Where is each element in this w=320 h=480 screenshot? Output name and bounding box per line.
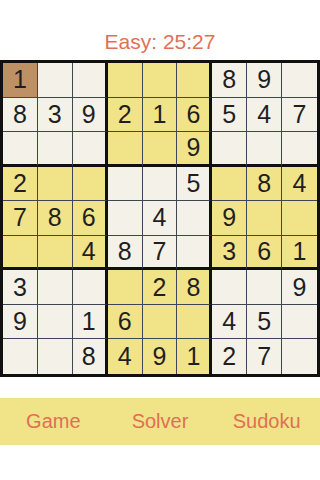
cell-r5c8[interactable] [247, 201, 282, 236]
cell-r6c9[interactable]: 1 [282, 236, 317, 271]
cell-r3c5[interactable] [143, 132, 178, 167]
cell-r5c1[interactable]: 7 [3, 201, 38, 236]
cell-r6c3[interactable]: 4 [73, 236, 108, 271]
cell-r6c4[interactable]: 8 [108, 236, 143, 271]
cell-r8c2[interactable] [38, 305, 73, 340]
sudoku-board: 1898392165479258478649487361328991645849… [0, 60, 320, 377]
cell-r7c9[interactable]: 9 [282, 270, 317, 305]
cell-r9c3[interactable]: 8 [73, 339, 108, 374]
cell-r8c8[interactable]: 5 [247, 305, 282, 340]
cell-r8c6[interactable] [177, 305, 212, 340]
cell-r5c6[interactable] [177, 201, 212, 236]
cell-r7c5[interactable]: 2 [143, 270, 178, 305]
cell-r4c7[interactable] [212, 167, 247, 202]
cell-r7c3[interactable] [73, 270, 108, 305]
cell-r1c1[interactable]: 1 [3, 63, 38, 98]
cell-r7c6[interactable]: 8 [177, 270, 212, 305]
cell-r3c9[interactable] [282, 132, 317, 167]
cell-r1c9[interactable] [282, 63, 317, 98]
cell-r9c4[interactable]: 4 [108, 339, 143, 374]
cell-r7c4[interactable] [108, 270, 143, 305]
cell-r1c4[interactable] [108, 63, 143, 98]
cell-r1c7[interactable]: 8 [212, 63, 247, 98]
cell-r6c7[interactable]: 3 [212, 236, 247, 271]
cell-r9c5[interactable]: 9 [143, 339, 178, 374]
cell-r3c7[interactable] [212, 132, 247, 167]
cell-r6c6[interactable] [177, 236, 212, 271]
cell-r9c8[interactable]: 7 [247, 339, 282, 374]
cell-r6c8[interactable]: 6 [247, 236, 282, 271]
cell-r4c1[interactable]: 2 [3, 167, 38, 202]
cell-r2c8[interactable]: 4 [247, 98, 282, 133]
cell-r2c9[interactable]: 7 [282, 98, 317, 133]
cell-r3c6[interactable]: 9 [177, 132, 212, 167]
cell-r3c4[interactable] [108, 132, 143, 167]
difficulty-timer-label: Easy: 25:27 [0, 31, 320, 53]
cell-r4c3[interactable] [73, 167, 108, 202]
cell-r8c1[interactable]: 9 [3, 305, 38, 340]
cell-r3c8[interactable] [247, 132, 282, 167]
cell-r8c3[interactable]: 1 [73, 305, 108, 340]
cell-r9c2[interactable] [38, 339, 73, 374]
cell-r5c7[interactable]: 9 [212, 201, 247, 236]
cell-r8c9[interactable] [282, 305, 317, 340]
cell-r4c8[interactable]: 8 [247, 167, 282, 202]
cell-r9c6[interactable]: 1 [177, 339, 212, 374]
cell-r7c2[interactable] [38, 270, 73, 305]
cell-r8c4[interactable]: 6 [108, 305, 143, 340]
cell-r4c2[interactable] [38, 167, 73, 202]
cell-r9c7[interactable]: 2 [212, 339, 247, 374]
cell-r1c8[interactable]: 9 [247, 63, 282, 98]
solver-button[interactable]: Solver [107, 410, 214, 433]
cell-r5c9[interactable] [282, 201, 317, 236]
cell-r7c7[interactable] [212, 270, 247, 305]
cell-r3c1[interactable] [3, 132, 38, 167]
cell-r5c3[interactable]: 6 [73, 201, 108, 236]
cell-r7c8[interactable] [247, 270, 282, 305]
game-button[interactable]: Game [0, 410, 107, 433]
cell-r1c5[interactable] [143, 63, 178, 98]
cell-r4c9[interactable]: 4 [282, 167, 317, 202]
cell-r7c1[interactable]: 3 [3, 270, 38, 305]
cell-r4c6[interactable]: 5 [177, 167, 212, 202]
cell-r9c1[interactable] [3, 339, 38, 374]
sudoku-app-screen: Easy: 25:27 1898392165479258478649487361… [0, 0, 320, 480]
cell-r2c7[interactable]: 5 [212, 98, 247, 133]
bottom-toolbar: Game Solver Sudoku [0, 398, 320, 445]
cell-r2c2[interactable]: 3 [38, 98, 73, 133]
sudoku-button[interactable]: Sudoku [213, 410, 320, 433]
cell-r1c3[interactable] [73, 63, 108, 98]
cell-r9c9[interactable] [282, 339, 317, 374]
cell-r2c1[interactable]: 8 [3, 98, 38, 133]
cell-r2c4[interactable]: 2 [108, 98, 143, 133]
cell-r8c7[interactable]: 4 [212, 305, 247, 340]
cell-r6c2[interactable] [38, 236, 73, 271]
cell-r2c5[interactable]: 1 [143, 98, 178, 133]
cell-r5c2[interactable]: 8 [38, 201, 73, 236]
cell-r3c3[interactable] [73, 132, 108, 167]
cell-r5c4[interactable] [108, 201, 143, 236]
cell-r3c2[interactable] [38, 132, 73, 167]
cell-r1c6[interactable] [177, 63, 212, 98]
cell-r2c6[interactable]: 6 [177, 98, 212, 133]
cell-r5c5[interactable]: 4 [143, 201, 178, 236]
cell-r1c2[interactable] [38, 63, 73, 98]
cell-r6c5[interactable]: 7 [143, 236, 178, 271]
cell-r6c1[interactable] [3, 236, 38, 271]
cell-r8c5[interactable] [143, 305, 178, 340]
cell-r2c3[interactable]: 9 [73, 98, 108, 133]
cell-r4c5[interactable] [143, 167, 178, 202]
cell-r4c4[interactable] [108, 167, 143, 202]
